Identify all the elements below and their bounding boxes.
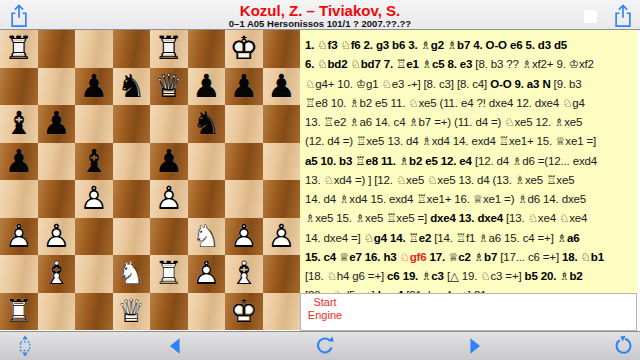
piece-bP: ♟ [0, 143, 38, 181]
notation-line: 13. ♘xd4 =) ] [12. ♘xe5 ♘xe5 13. d4 (13.… [305, 171, 637, 190]
piece-wB: ♝♗ [225, 255, 263, 293]
square-c2[interactable] [75, 255, 113, 293]
notation-line: ♘g4+ 10. ♔g1 ♘e3 -+] [8. c3] [8. c4] O-O… [305, 75, 637, 94]
square-g4[interactable] [225, 180, 263, 218]
square-b6[interactable]: ♟ [38, 105, 76, 143]
mainline-moves[interactable]: 18. ♘b1 [562, 251, 604, 263]
square-h3[interactable]: ♟♙ [263, 218, 301, 256]
square-h5[interactable] [263, 143, 301, 181]
variation-moves[interactable]: [18. ♘h4 g6 =+] [305, 270, 387, 282]
mainline-moves[interactable]: ♗a6 [557, 232, 580, 244]
variation-moves[interactable]: [9. b3 [554, 78, 582, 90]
square-c6[interactable] [75, 105, 113, 143]
piece-bB: ♝ [0, 105, 38, 143]
square-f1[interactable] [188, 293, 226, 331]
move-pieces-icon [14, 335, 36, 357]
square-d1[interactable]: ♛♕ [113, 293, 151, 331]
square-c7[interactable]: ♟ [75, 68, 113, 106]
square-e6[interactable] [150, 105, 188, 143]
piece-wP: ♟♙ [75, 180, 113, 218]
piece-wR: ♜♖ [0, 293, 38, 331]
piece-wP: ♟♙ [150, 180, 188, 218]
square-g3[interactable]: ♟♙ [225, 218, 263, 256]
square-g1[interactable]: ♚♔ [225, 293, 263, 331]
square-a3[interactable]: ♟♙ [0, 218, 38, 256]
variation-moves[interactable]: [12. d4 ♗d6 =(12... exd4 [475, 155, 597, 167]
notation-line: 6. ♘bd2 ♘bd7 7. ♖e1 ♗c5 8. e3 [8. b3 ?? … [305, 55, 637, 74]
square-c1[interactable] [75, 293, 113, 331]
variation-moves[interactable]: [8. b3 ?? ♗xf2+ 9. ♔xf2 [475, 58, 594, 70]
square-b5[interactable] [38, 143, 76, 181]
mainline-moves[interactable]: 17. ♕c2 ♗b7 [427, 251, 501, 263]
square-h4[interactable] [263, 180, 301, 218]
square-b7[interactable] [38, 68, 76, 106]
mainline-moves[interactable]: a5 10. b3 ♖e8 11. ♗b2 e5 12. e4 [305, 155, 475, 167]
square-a7[interactable] [0, 68, 38, 106]
square-f6[interactable]: ♞ [188, 105, 226, 143]
notation-line: ♖e8 10. ♗b2 e5 11. ♘xe5 (11. e4 ?! dxe4 … [305, 94, 637, 113]
piece-bP: ♟ [225, 68, 263, 106]
variation-moves[interactable]: 13. ♘xd4 =) ] [12. ♘xe5 ♘xe5 13. d4 (13.… [305, 174, 574, 186]
square-c3[interactable] [75, 218, 113, 256]
notation-line: a5 10. b3 ♖e8 11. ♗b2 e5 12. e4 [12. d4 … [305, 152, 637, 171]
square-d3[interactable] [113, 218, 151, 256]
variation-moves[interactable]: 14. d4 ♗xd4 15. exd4 ♖xe1+ 16. ♕xe1 =) ♗… [305, 193, 586, 205]
square-d4[interactable] [113, 180, 151, 218]
square-b8[interactable] [38, 30, 76, 68]
square-h8[interactable] [263, 30, 301, 68]
blank-square-button[interactable] [584, 10, 597, 23]
square-e5[interactable]: ♟ [150, 143, 188, 181]
square-e2[interactable]: ♜♖ [150, 255, 188, 293]
share-button-right[interactable] [612, 4, 634, 28]
piece-bN: ♞ [113, 68, 151, 106]
piece-bN: ♞ [188, 105, 226, 143]
engine-panel: Start Engine [300, 293, 637, 331]
piece-bB: ♝ [75, 143, 113, 181]
square-f3[interactable]: ♞♘ [188, 218, 226, 256]
square-f7[interactable]: ♟ [188, 68, 226, 106]
square-d8[interactable] [113, 30, 151, 68]
game-title: Kozul, Z. – Tiviakov, S. [0, 2, 640, 19]
notation-line: 1. ♘f3 ♘f6 2. g3 b6 3. ♗g2 ♗b7 4. O-O e6… [305, 36, 637, 55]
square-g2[interactable]: ♝♗ [225, 255, 263, 293]
rotate-button[interactable] [614, 335, 636, 357]
square-b1[interactable] [38, 293, 76, 331]
piece-wP: ♟♙ [225, 218, 263, 256]
notation-line: 14. d4 ♗xd4 15. exd4 ♖xe1+ 16. ♕xe1 =) ♗… [305, 190, 637, 209]
square-a2[interactable] [0, 255, 38, 293]
square-h7[interactable]: ♟ [263, 68, 301, 106]
square-d2[interactable]: ♞♘ [113, 255, 151, 293]
forward-icon [464, 335, 486, 357]
square-g7[interactable]: ♟ [225, 68, 263, 106]
square-f2[interactable]: ♟♙ [188, 255, 226, 293]
square-c4[interactable]: ♟♙ [75, 180, 113, 218]
piece-bK: ♚♔ [225, 30, 263, 68]
square-f5[interactable] [188, 143, 226, 181]
square-d7[interactable]: ♞ [113, 68, 151, 106]
square-d6[interactable] [113, 105, 151, 143]
square-b4[interactable] [38, 180, 76, 218]
square-a6[interactable]: ♝ [0, 105, 38, 143]
piece-wP: ♟♙ [38, 218, 76, 256]
square-b3[interactable]: ♟♙ [38, 218, 76, 256]
piece-bP: ♟ [150, 143, 188, 181]
mainline-moves[interactable]: 6. ♘bd2 ♘bd7 7. ♖e1 ♗c5 8. e3 [305, 58, 475, 70]
piece-wQ: ♛♕ [113, 293, 151, 331]
piece-bR: ♜♖ [0, 30, 38, 68]
square-g8[interactable]: ♚♔ [225, 30, 263, 68]
square-a8[interactable]: ♜♖ [0, 30, 38, 68]
piece-bP: ♟ [75, 68, 113, 106]
variation-moves[interactable]: [△ 19. ♘c3 =+] [447, 270, 525, 282]
variation-moves[interactable]: ♘g4+ 10. ♔g1 ♘e3 -+] [8. c3] [8. c4] [305, 78, 490, 90]
variation-moves[interactable]: (12. d4 =) ♖xe5 13. d4 ♗xd4 14. exd4 ♖xe… [305, 135, 596, 147]
piece-bP: ♟ [38, 105, 76, 143]
back-icon [164, 335, 186, 357]
notation-panel[interactable]: 1. ♘f3 ♘f6 2. g3 b6 3. ♗g2 ♗b7 4. O-O e6… [300, 30, 640, 331]
square-d5[interactable] [113, 143, 151, 181]
notation-line: (12. d4 =) ♖xe5 13. d4 ♗xd4 14. exd4 ♖xe… [305, 132, 637, 151]
current-move[interactable]: ♘gf6 [400, 251, 427, 263]
mainline-moves[interactable]: 15. c4 ♕e7 16. h3 [305, 251, 400, 263]
square-h2[interactable] [263, 255, 301, 293]
piece-wB: ♝♗ [38, 255, 76, 293]
square-e1[interactable] [150, 293, 188, 331]
next-move-button[interactable] [464, 335, 486, 357]
mainline-moves[interactable]: ♘g4 14. ♖e2 [364, 232, 435, 244]
notation-line: 13. ♖e2 ♗a6 14. c4 ♗b7 =+) (11. d4 =) ♘x… [305, 113, 637, 132]
variation-moves[interactable]: ♖e8 10. ♗b2 e5 11. ♘xe5 (11. e4 ?! dxe4 … [305, 97, 585, 109]
square-h6[interactable] [263, 105, 301, 143]
piece-wP: ♟♙ [0, 218, 38, 256]
piece-wK: ♚♔ [225, 293, 263, 331]
variation-moves[interactable]: 13. ♖e2 ♗a6 14. c4 ♗b7 =+) (11. d4 =) ♘x… [305, 116, 582, 128]
square-e4[interactable]: ♟♙ [150, 180, 188, 218]
piece-wN: ♞♘ [188, 218, 226, 256]
square-e3[interactable] [150, 218, 188, 256]
square-c8[interactable] [75, 30, 113, 68]
variation-moves[interactable]: ♗xe5 15. ♗xe5 ♖xe5 =] [305, 212, 430, 224]
refresh-icon [314, 335, 336, 357]
start-engine-button[interactable]: Start Engine [302, 294, 348, 322]
variation-moves[interactable]: [14. ♖f1 ♗a6 15. c4 =+] [434, 232, 557, 244]
mainline-moves[interactable]: c6 19. ♗c3 [387, 270, 447, 282]
square-c5[interactable]: ♝ [75, 143, 113, 181]
bottom-toolbar [0, 331, 640, 360]
piece-bP: ♟ [188, 68, 226, 106]
notation-line: 15. c4 ♕e7 16. h3 ♘gf6 17. ♕c2 ♗b7 [17..… [305, 248, 637, 267]
piece-bQ: ♛♕ [150, 68, 188, 106]
piece-bP: ♟ [263, 68, 301, 106]
variation-moves[interactable]: [17... c6 =+] [500, 251, 562, 263]
square-e7[interactable]: ♛♕ [150, 68, 188, 106]
variation-moves[interactable]: [13. ♘xe4 ♘xe4 [506, 212, 587, 224]
square-a4[interactable] [0, 180, 38, 218]
mainline-moves[interactable]: O-O 9. a3 N [490, 78, 553, 90]
piece-wP: ♟♙ [188, 255, 226, 293]
piece-bR: ♜♖ [150, 30, 188, 68]
square-g5[interactable] [225, 143, 263, 181]
piece-wR: ♜♖ [150, 255, 188, 293]
share-icon [612, 4, 634, 28]
notation-line: 14. dxe4 =] ♘g4 14. ♖e2 [14. ♖f1 ♗a6 15.… [305, 229, 637, 248]
header-bar: Kozul, Z. – Tiviakov, S. 0–1 A05 Hersoni… [0, 0, 640, 30]
move-pieces-button[interactable] [14, 335, 36, 357]
variation-moves[interactable]: 14. dxe4 =] [305, 232, 364, 244]
chess-board[interactable]: ♜♖♜♖♚♔♟♞♛♕♟♟♟♝♟♞♟♝♟♟♙♟♙♟♙♟♙♞♘♟♙♟♙♝♗♞♘♜♖♟… [0, 30, 300, 331]
notation-line: [18. ♘h4 g6 =+] c6 19. ♗c3 [△ 19. ♘c3 =+… [305, 267, 637, 286]
piece-wN: ♞♘ [113, 255, 151, 293]
square-f8[interactable] [188, 30, 226, 68]
mainline-moves[interactable]: dxe4 13. dxe4 [430, 212, 506, 224]
square-h1[interactable] [263, 293, 301, 331]
game-result-line: 0–1 A05 Hersonissos 101/1 ? 2007.??.?? [0, 18, 640, 29]
square-a5[interactable]: ♟ [0, 143, 38, 181]
mainline-moves[interactable]: b5 20. ♗b2 [525, 270, 583, 282]
notation-line: ♗xe5 15. ♗xe5 ♖xe5 =] dxe4 13. dxe4 [13.… [305, 209, 637, 228]
square-g6[interactable] [225, 105, 263, 143]
previous-move-button[interactable] [164, 335, 186, 357]
mainline-moves[interactable]: 1. ♘f3 ♘f6 2. g3 b6 3. ♗g2 ♗b7 4. O-O e6… [305, 39, 567, 51]
piece-wP: ♟♙ [263, 218, 301, 256]
square-e8[interactable]: ♜♖ [150, 30, 188, 68]
square-f4[interactable] [188, 180, 226, 218]
square-b2[interactable]: ♝♗ [38, 255, 76, 293]
square-a1[interactable]: ♜♖ [0, 293, 38, 331]
rotate-icon [614, 335, 636, 357]
refresh-button[interactable] [314, 335, 336, 357]
